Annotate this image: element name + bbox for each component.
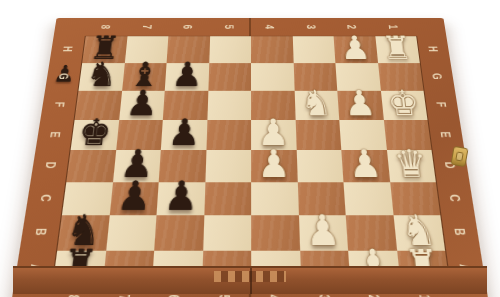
square-d4[interactable]: ♟ (251, 150, 297, 182)
square-b7[interactable] (106, 215, 157, 250)
square-h5[interactable] (209, 36, 251, 63)
square-c4[interactable] (251, 182, 298, 215)
square-d8[interactable] (66, 150, 115, 182)
square-b3[interactable]: ♟ (298, 215, 348, 250)
square-g4[interactable] (251, 63, 294, 91)
white-pawn[interactable]: ♟ (305, 209, 341, 251)
square-h3[interactable] (292, 36, 335, 63)
square-f7[interactable]: ♟ (119, 91, 165, 120)
black-king[interactable]: ♚ (77, 114, 113, 151)
white-pawn[interactable]: ♟ (347, 144, 383, 182)
square-d5[interactable] (205, 150, 251, 182)
square-e6[interactable]: ♟ (161, 120, 207, 150)
black-pawn[interactable]: ♟ (171, 58, 203, 92)
square-h2[interactable]: ♟ (334, 36, 378, 63)
square-b6[interactable] (154, 215, 204, 250)
square-b4[interactable] (251, 215, 300, 250)
black-pawn[interactable]: ♟ (116, 176, 153, 216)
white-pawn[interactable]: ♟ (339, 31, 372, 63)
white-rook[interactable]: ♜ (380, 31, 414, 63)
white-pawn[interactable]: ♟ (257, 144, 290, 182)
square-h4[interactable] (251, 36, 293, 63)
square-f1[interactable]: ♚ (380, 91, 427, 120)
square-c6[interactable]: ♟ (157, 182, 205, 215)
square-d1[interactable]: ♛ (386, 150, 435, 182)
square-d3[interactable] (296, 150, 343, 182)
white-queen[interactable]: ♛ (392, 144, 429, 182)
square-g6[interactable]: ♟ (165, 63, 209, 91)
square-f3[interactable]: ♞ (294, 91, 339, 120)
square-g5[interactable] (208, 63, 251, 91)
square-g8[interactable]: ♞ (78, 63, 124, 91)
square-e8[interactable]: ♚ (71, 120, 119, 150)
board-grid: ♜♟♜♞♝♟♟♞♟♚♚♟♟♟♟♟♛♟♟♞♟♞♜♟♜ (51, 36, 451, 288)
square-e5[interactable] (206, 120, 251, 150)
black-pawn[interactable]: ♟ (167, 114, 201, 151)
chess-board: ♜♟♜♞♝♟♟♞♟♚♚♟♟♟♟♟♛♟♟♞♟♞♜♟♜ ♟ 876543218765… (10, 18, 489, 297)
square-c2[interactable] (343, 182, 393, 215)
square-c7[interactable]: ♟ (109, 182, 159, 215)
square-c5[interactable] (204, 182, 251, 215)
black-pawn[interactable]: ♟ (163, 176, 198, 216)
square-f5[interactable] (207, 91, 251, 120)
white-king[interactable]: ♚ (386, 85, 421, 120)
black-pawn[interactable]: ♟ (125, 85, 159, 120)
black-knight[interactable]: ♞ (84, 58, 118, 92)
board-front-edge (13, 266, 487, 294)
square-b5[interactable] (203, 215, 251, 250)
white-knight[interactable]: ♞ (300, 85, 333, 120)
chess-set-photo: ♜♟♜♞♝♟♟♞♟♚♚♟♟♟♟♟♛♟♟♞♟♞♜♟♜ ♟ 876543218765… (0, 0, 500, 297)
square-f2[interactable]: ♟ (337, 91, 383, 120)
square-d2[interactable]: ♟ (341, 150, 389, 182)
square-h1[interactable]: ♜ (375, 36, 420, 63)
front-edge-seam (250, 268, 252, 294)
square-e3[interactable] (295, 120, 341, 150)
white-pawn[interactable]: ♟ (343, 85, 377, 120)
